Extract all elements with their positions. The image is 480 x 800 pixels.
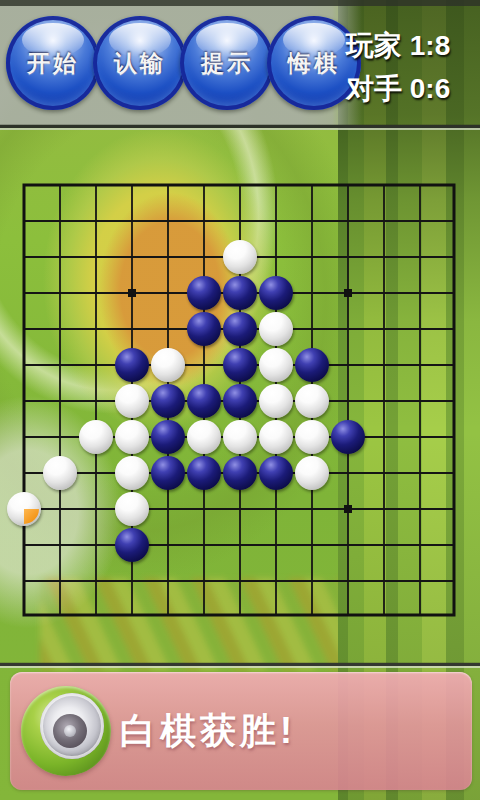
- black-stone: [223, 312, 257, 346]
- scoreboard: 玩家 1:8 对手 0:6: [346, 24, 478, 110]
- white-stone: [223, 420, 257, 454]
- black-stone: [151, 420, 185, 454]
- white-stone: [187, 420, 221, 454]
- speaker-dot: [64, 725, 76, 737]
- bottom-divider: [0, 662, 480, 668]
- white-stone: [223, 240, 257, 274]
- board[interactable]: [22, 183, 456, 617]
- white-stone: [295, 384, 329, 418]
- black-stone: [223, 384, 257, 418]
- black-stone: [187, 276, 221, 310]
- black-stone: [223, 456, 257, 490]
- result-banner: 白棋获胜!: [10, 672, 472, 790]
- opponent-score: 对手 0:6: [346, 67, 478, 110]
- white-stone: [151, 348, 185, 382]
- white-stone: [259, 384, 293, 418]
- white-stone: [43, 456, 77, 490]
- black-stone: [187, 312, 221, 346]
- player-score: 玩家 1:8: [346, 24, 478, 67]
- start-button[interactable]: 开始: [6, 16, 100, 110]
- black-stone: [151, 456, 185, 490]
- black-stone: [295, 348, 329, 382]
- black-stone: [187, 456, 221, 490]
- resign-button[interactable]: 认输: [93, 16, 187, 110]
- hint-button-label: 提示: [201, 48, 253, 79]
- white-stone: [79, 420, 113, 454]
- undo-button-label: 悔棋: [288, 48, 340, 79]
- white-stone: [295, 456, 329, 490]
- hint-button[interactable]: 提示: [180, 16, 274, 110]
- black-stone: [115, 348, 149, 382]
- black-stone: [331, 420, 365, 454]
- white-stone: [259, 348, 293, 382]
- toolbar-divider: [0, 124, 480, 130]
- speaker-cone: [40, 693, 104, 759]
- white-stone: [7, 492, 41, 526]
- white-stone: [115, 384, 149, 418]
- black-stone: [259, 456, 293, 490]
- speaker-icon: [21, 686, 111, 776]
- black-stone: [187, 384, 221, 418]
- toolbar-top-shade: [0, 0, 480, 6]
- result-text: 白棋获胜!: [120, 672, 296, 790]
- black-stone: [223, 276, 257, 310]
- speaker-mid: [53, 714, 87, 748]
- white-stone: [259, 312, 293, 346]
- white-stone: [259, 420, 293, 454]
- white-stone: [115, 456, 149, 490]
- black-stone: [151, 384, 185, 418]
- gomoku-app: { "game": "gomoku (五子棋 / five-in-a-row),…: [0, 0, 480, 800]
- white-stone: [115, 492, 149, 526]
- white-stone: [115, 420, 149, 454]
- start-button-label: 开始: [27, 48, 79, 79]
- black-stone: [115, 528, 149, 562]
- black-stone: [259, 276, 293, 310]
- white-stone: [295, 420, 329, 454]
- black-stone: [223, 348, 257, 382]
- resign-button-label: 认输: [114, 48, 166, 79]
